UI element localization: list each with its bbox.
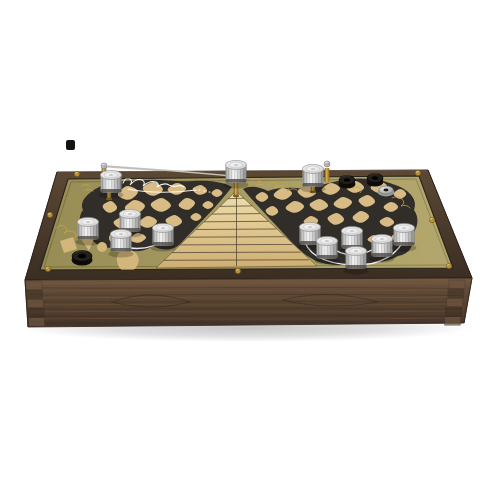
panel-screw [74, 171, 79, 176]
knob-base-ring [153, 242, 174, 246]
standoff-base [233, 195, 239, 197]
knob-shadow [76, 239, 101, 246]
pyramid-rung [228, 198, 244, 199]
jack-hole [383, 189, 388, 192]
knurled-knob [151, 223, 176, 251]
knob-shadow [344, 268, 369, 275]
knob-cap-center [354, 250, 358, 252]
joint-tooth [447, 298, 463, 306]
knurled-knob [392, 223, 417, 251]
knob-shadow [99, 192, 124, 199]
knob-shadow [370, 256, 395, 263]
joint-tooth [445, 317, 461, 325]
panel-screw [429, 217, 434, 222]
knob-cap-center [128, 213, 132, 215]
knob-cap-center [308, 226, 312, 228]
joint-tooth [449, 280, 465, 288]
knob-base-ring [317, 255, 338, 259]
knob-cap-center [325, 240, 329, 242]
front-face [25, 278, 472, 327]
knob-cap-center [109, 174, 113, 176]
panel-screw [235, 268, 240, 273]
knob-shadow [301, 186, 326, 193]
knurled-knob [224, 160, 249, 188]
product-photo-stage: Product photo: handmade electronic synth… [0, 0, 500, 500]
panel-screw [415, 170, 420, 175]
joint-tooth [29, 318, 45, 326]
joint-tooth [27, 299, 43, 307]
knurled-knob [109, 229, 134, 257]
knob-shadow [315, 258, 340, 265]
knurled-knob [76, 217, 101, 245]
knob-cap-center [311, 168, 315, 170]
knurled-knob [315, 236, 340, 264]
knurled-knob [301, 164, 326, 192]
knob-base-ring [346, 265, 367, 269]
silver-jack-socket [378, 186, 395, 196]
knob-cap-center [161, 227, 165, 229]
joint-tooth [27, 290, 43, 298]
rear-connector [66, 140, 75, 150]
knurled-knob [99, 170, 124, 198]
joint-tooth [26, 281, 42, 289]
panel-screw [45, 266, 50, 271]
joint-tooth [28, 309, 44, 317]
knob-cap-center [86, 221, 90, 223]
knurled-knob [370, 234, 395, 262]
knob-base-ring [101, 189, 122, 193]
knob-shadow [109, 251, 134, 258]
knob-cap-center [402, 227, 406, 229]
black-jack-socket [367, 174, 384, 187]
black-jack-socket [72, 251, 93, 266]
jack-hole [372, 176, 378, 180]
joint-tooth [448, 289, 464, 297]
knob-base-ring [226, 179, 247, 183]
knob-base-ring [111, 248, 132, 252]
knurled-knob [344, 246, 369, 274]
black-jack-socket [339, 176, 356, 189]
jack-hole [344, 178, 350, 182]
panel-screw [446, 263, 451, 268]
brass-screw-post [325, 168, 330, 182]
knob-shadow [224, 182, 249, 189]
knob-base-ring [78, 236, 99, 240]
knob-cap-center [234, 164, 238, 166]
knob-shadow [392, 245, 417, 252]
knob-base-ring [394, 242, 415, 246]
joint-tooth [446, 308, 462, 316]
knob-cap-center [119, 233, 123, 235]
jack-hole [78, 254, 86, 258]
knob-cap-center [350, 230, 354, 232]
knob-base-ring [303, 183, 324, 187]
knob-base-ring [372, 253, 393, 257]
panel-screw [47, 212, 52, 217]
knob-cap-center [380, 238, 384, 240]
synthesizer-photo [0, 0, 500, 500]
knob-shadow [151, 245, 176, 252]
